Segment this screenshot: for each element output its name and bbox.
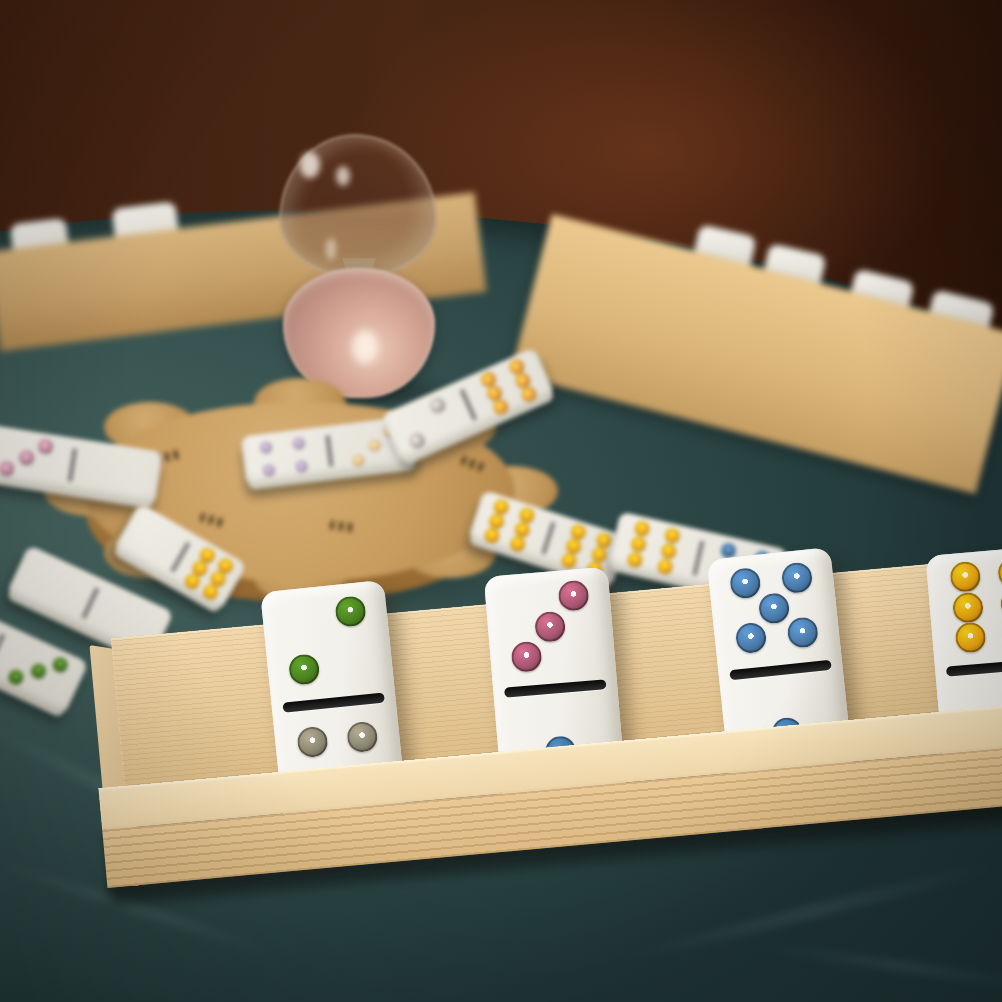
domino-pip <box>407 431 427 451</box>
domino-pip <box>950 560 982 592</box>
domino-pip <box>557 580 589 612</box>
domino-half-4 <box>241 427 327 486</box>
domino-pip <box>367 439 380 452</box>
domino-pip <box>352 454 365 467</box>
domino-pip <box>630 535 648 553</box>
domino-pip <box>663 527 681 545</box>
glass-highlight <box>352 330 378 364</box>
glass-highlight <box>300 152 320 178</box>
domino-pip <box>28 661 48 681</box>
domino-half-2 <box>260 580 394 701</box>
domino-pip <box>17 449 34 466</box>
domino-pip <box>758 591 791 624</box>
domino-pip <box>0 460 15 477</box>
domino-pip <box>786 616 819 649</box>
domino-pip <box>660 542 678 560</box>
domino-pip <box>952 591 984 623</box>
domino-pip <box>346 721 379 754</box>
domino-pip <box>656 557 674 575</box>
domino-pip <box>534 610 566 642</box>
domino-pip <box>633 520 651 538</box>
glass-highlight <box>326 238 336 260</box>
domino-pip <box>295 459 308 472</box>
domino-pip <box>729 567 762 600</box>
domino-pip <box>51 655 71 675</box>
domino-pip <box>260 440 273 453</box>
domino-pip <box>288 653 321 686</box>
domino-pip <box>626 551 644 569</box>
domino-half-5 <box>707 547 842 668</box>
domino-table-photo <box>0 0 1002 1002</box>
domino-pip <box>292 436 305 449</box>
domino-pip <box>996 556 1002 588</box>
domino-pip <box>6 667 26 687</box>
domino-pip <box>334 595 367 628</box>
domino-pip <box>37 438 54 455</box>
domino-pip <box>510 640 542 672</box>
domino-pip <box>781 562 814 595</box>
domino-pip <box>955 621 987 653</box>
domino-half-3 <box>484 567 617 686</box>
domino-pip <box>296 726 329 759</box>
domino-half-6 <box>925 545 1002 664</box>
glass-highlight <box>336 166 350 186</box>
domino-pip <box>734 621 767 654</box>
domino-pip <box>428 395 448 415</box>
domino-pip <box>262 463 275 476</box>
